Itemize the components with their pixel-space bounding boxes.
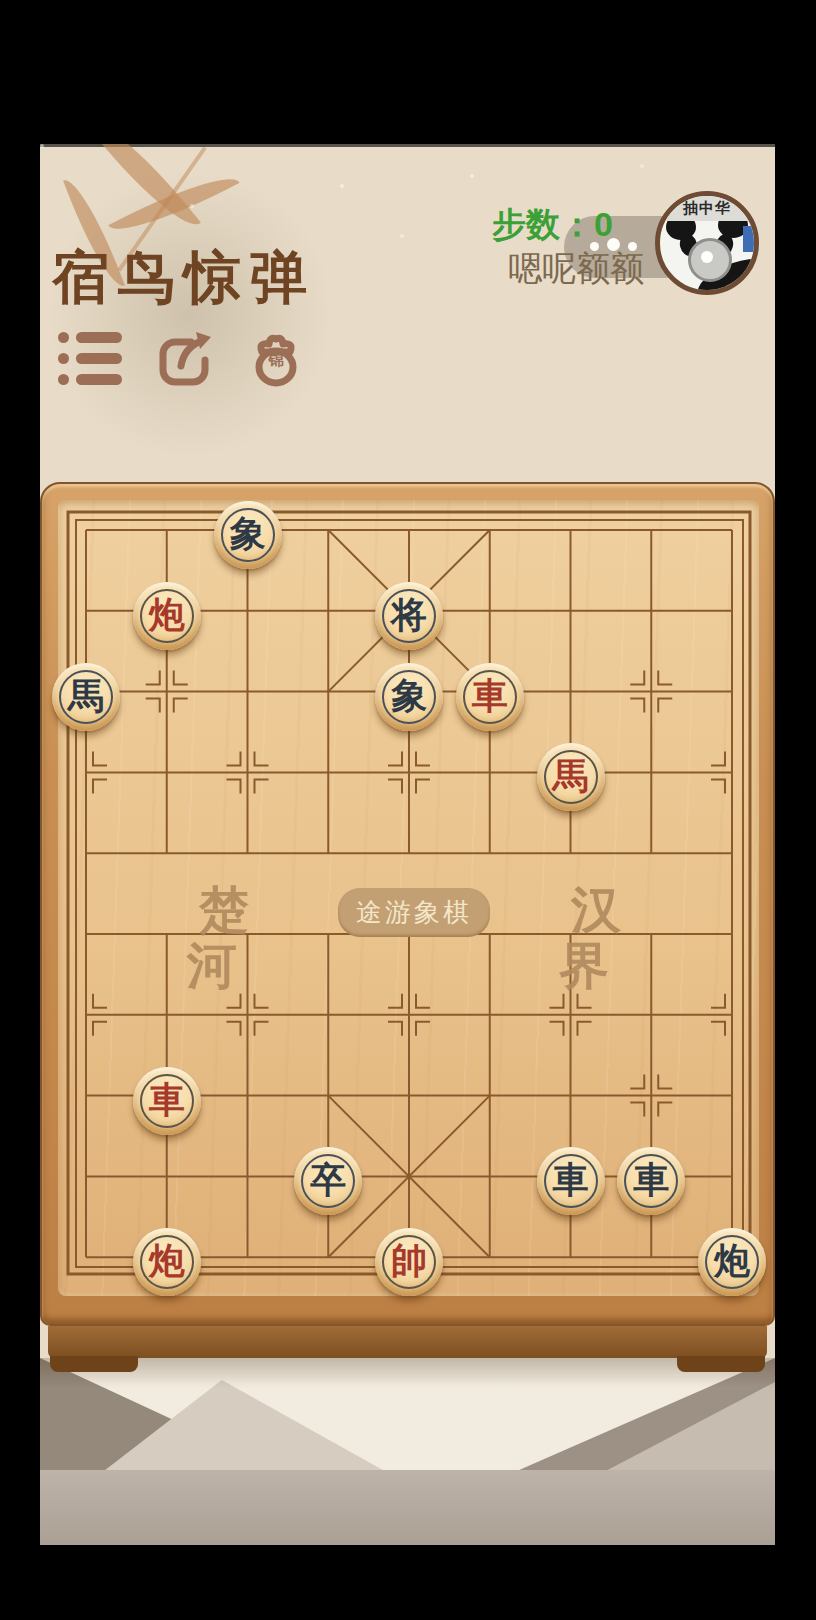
bag-glyph: 锦 bbox=[269, 351, 284, 370]
move-list-icon[interactable] bbox=[58, 328, 122, 388]
piece-glyph: 象 bbox=[230, 516, 266, 554]
piece-ring: 車 bbox=[140, 1074, 194, 1128]
piece-glyph: 炮 bbox=[149, 1243, 185, 1281]
piece-ring: 将 bbox=[382, 589, 436, 643]
piece-ring: 炮 bbox=[705, 1235, 759, 1289]
piece-glyph: 象 bbox=[391, 678, 427, 716]
piece-black-象-c2r0[interactable]: 象 bbox=[214, 501, 282, 569]
piece-red-馬-c6r3[interactable]: 馬 bbox=[537, 743, 605, 811]
piece-black-卒-c3r8[interactable]: 卒 bbox=[294, 1147, 362, 1215]
piece-ring: 卒 bbox=[301, 1154, 355, 1208]
piece-ring: 象 bbox=[221, 508, 275, 562]
piece-glyph: 車 bbox=[633, 1162, 669, 1200]
sparkle-dots bbox=[40, 144, 44, 148]
app-window: 宿鸟惊弹 bbox=[40, 144, 775, 1545]
player-message: 嗯呢额额 bbox=[508, 246, 644, 292]
piece-red-炮-c1r1[interactable]: 炮 bbox=[133, 582, 201, 650]
ground bbox=[40, 1470, 775, 1545]
mountain-scenery bbox=[40, 1358, 775, 1545]
piece-ring: 炮 bbox=[140, 589, 194, 643]
board-shadow bbox=[40, 1358, 775, 1388]
step-label: 步数： bbox=[492, 205, 594, 243]
board-base bbox=[48, 1326, 767, 1358]
piece-glyph: 馬 bbox=[68, 678, 104, 716]
piece-red-車-c5r2[interactable]: 車 bbox=[456, 663, 524, 731]
piece-ring: 帥 bbox=[382, 1235, 436, 1289]
piece-black-馬-c0r2[interactable]: 馬 bbox=[52, 663, 120, 731]
piece-ring: 車 bbox=[463, 670, 517, 724]
piece-ring: 炮 bbox=[140, 1235, 194, 1289]
step-counter: 步数：0 bbox=[492, 202, 613, 248]
list-bullet bbox=[58, 353, 69, 364]
piece-ring: 馬 bbox=[59, 670, 113, 724]
pieces-layer: 象炮将馬象車馬車卒車車炮帥炮 bbox=[42, 484, 775, 1328]
piece-glyph: 炮 bbox=[714, 1243, 750, 1281]
piece-ring: 馬 bbox=[544, 750, 598, 804]
piece-black-車-c6r8[interactable]: 車 bbox=[537, 1147, 605, 1215]
piece-red-車-c1r7[interactable]: 車 bbox=[133, 1067, 201, 1135]
step-value: 0 bbox=[594, 205, 613, 243]
screen: 宿鸟惊弹 bbox=[0, 0, 816, 1620]
list-bullet bbox=[58, 332, 69, 343]
piece-glyph: 車 bbox=[149, 1082, 185, 1120]
panda-lens bbox=[688, 238, 732, 282]
puzzle-title: 宿鸟惊弹 bbox=[52, 240, 316, 317]
piece-glyph: 車 bbox=[553, 1162, 589, 1200]
piece-glyph: 車 bbox=[472, 678, 508, 716]
toolbar: 锦 bbox=[58, 328, 308, 388]
piece-ring: 車 bbox=[624, 1154, 678, 1208]
list-line bbox=[76, 353, 122, 364]
piece-glyph: 将 bbox=[391, 597, 427, 635]
piece-glyph: 炮 bbox=[149, 597, 185, 635]
piece-glyph: 卒 bbox=[310, 1162, 346, 1200]
piece-red-帥-c4r9[interactable]: 帥 bbox=[375, 1228, 443, 1296]
list-bullet bbox=[58, 374, 69, 385]
piece-black-象-c4r2[interactable]: 象 bbox=[375, 663, 443, 731]
piece-ring: 象 bbox=[382, 670, 436, 724]
piece-red-炮-c1r9[interactable]: 炮 bbox=[133, 1228, 201, 1296]
board-foot-left bbox=[50, 1356, 138, 1372]
avatar[interactable]: 抽中华 bbox=[655, 191, 759, 295]
piece-ring: 車 bbox=[544, 1154, 598, 1208]
list-line bbox=[76, 332, 122, 343]
piece-black-炮-c8r9[interactable]: 炮 bbox=[698, 1228, 766, 1296]
piece-glyph: 馬 bbox=[553, 758, 589, 796]
tip-bag-icon[interactable]: 锦 bbox=[244, 328, 308, 388]
board-foot-right bbox=[677, 1356, 765, 1372]
piece-black-将-c4r1[interactable]: 将 bbox=[375, 582, 443, 650]
xiangqi-board[interactable]: 楚河 途游象棋 汉界 象炮将馬象車馬車卒車車炮帥炮 bbox=[40, 482, 775, 1326]
list-line bbox=[76, 374, 122, 385]
avatar-banner-text: 抽中华 bbox=[660, 196, 754, 221]
piece-glyph: 帥 bbox=[391, 1243, 427, 1281]
avatar-blue-patch bbox=[743, 226, 754, 252]
piece-black-車-c7r8[interactable]: 車 bbox=[617, 1147, 685, 1215]
top-divider bbox=[40, 144, 775, 147]
share-icon[interactable] bbox=[151, 328, 215, 388]
